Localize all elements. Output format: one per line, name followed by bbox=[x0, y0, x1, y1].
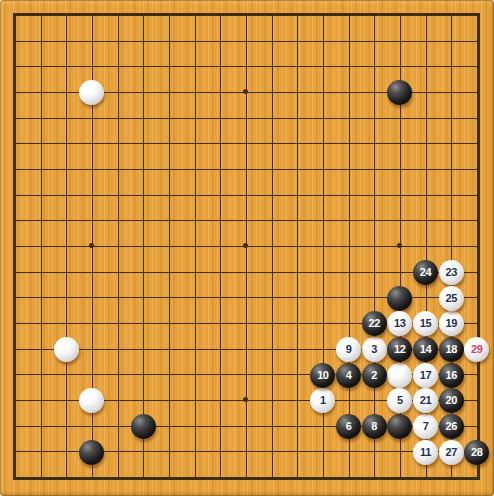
stone-number: 13 bbox=[394, 318, 405, 329]
stone-black-setup[interactable] bbox=[79, 440, 104, 465]
stone-number: 19 bbox=[445, 318, 456, 329]
stone-white-move-17[interactable]: 17 bbox=[413, 363, 438, 388]
stone-white-setup[interactable] bbox=[79, 80, 104, 105]
stone-black-setup[interactable] bbox=[131, 414, 156, 439]
stone-white-move-21[interactable]: 21 bbox=[413, 388, 438, 413]
stone-number: 15 bbox=[420, 318, 431, 329]
star-point bbox=[243, 397, 248, 402]
stone-white-move-15[interactable]: 15 bbox=[413, 311, 438, 336]
stone-black-move-6[interactable]: 6 bbox=[336, 414, 361, 439]
stone-white-move-9[interactable]: 9 bbox=[336, 337, 361, 362]
stone-white-move-1[interactable]: 1 bbox=[310, 388, 335, 413]
stone-black-setup[interactable] bbox=[387, 414, 412, 439]
stone-black-setup[interactable] bbox=[387, 80, 412, 105]
stone-number: 16 bbox=[445, 370, 456, 381]
stone-number: 2 bbox=[371, 370, 377, 381]
stone-number: 12 bbox=[394, 344, 405, 355]
stone-black-setup[interactable] bbox=[387, 286, 412, 311]
star-point bbox=[397, 243, 402, 248]
star-point bbox=[243, 89, 248, 94]
stone-black-move-12[interactable]: 12 bbox=[387, 337, 412, 362]
stone-number: 5 bbox=[397, 395, 403, 406]
stone-number: 9 bbox=[346, 344, 352, 355]
stone-black-move-14[interactable]: 14 bbox=[413, 337, 438, 362]
stone-white-move-25[interactable]: 25 bbox=[439, 286, 464, 311]
stone-number: 7 bbox=[423, 421, 429, 432]
stone-number: 14 bbox=[420, 344, 431, 355]
stone-number: 26 bbox=[445, 421, 456, 432]
stone-black-move-22[interactable]: 22 bbox=[362, 311, 387, 336]
stone-number: 10 bbox=[317, 370, 328, 381]
stone-number: 8 bbox=[371, 421, 377, 432]
stone-number: 3 bbox=[371, 344, 377, 355]
stone-number: 27 bbox=[445, 447, 456, 458]
stone-white-move-19[interactable]: 19 bbox=[439, 311, 464, 336]
star-point bbox=[89, 243, 94, 248]
stone-number: 24 bbox=[420, 267, 431, 278]
stone-white-setup[interactable] bbox=[54, 337, 79, 362]
stone-black-move-18[interactable]: 18 bbox=[439, 337, 464, 362]
stone-black-move-20[interactable]: 20 bbox=[439, 388, 464, 413]
stone-white-move-3[interactable]: 3 bbox=[362, 337, 387, 362]
stone-black-move-26[interactable]: 26 bbox=[439, 414, 464, 439]
stone-number: 22 bbox=[368, 318, 379, 329]
stone-white-move-13[interactable]: 13 bbox=[387, 311, 412, 336]
board-grid: 1234567891011121314151617181920212223242… bbox=[2, 2, 489, 489]
star-point bbox=[243, 243, 248, 248]
stone-number: 18 bbox=[445, 344, 456, 355]
stone-white-move-11[interactable]: 11 bbox=[413, 440, 438, 465]
stone-number: 6 bbox=[346, 421, 352, 432]
stone-white-setup[interactable] bbox=[79, 388, 104, 413]
stone-number: 17 bbox=[420, 370, 431, 381]
stone-number: 29 bbox=[471, 344, 482, 355]
stone-white-move-23[interactable]: 23 bbox=[439, 260, 464, 285]
stone-black-move-2[interactable]: 2 bbox=[362, 363, 387, 388]
stone-black-move-24[interactable]: 24 bbox=[413, 260, 438, 285]
stone-number: 28 bbox=[471, 447, 482, 458]
stone-black-move-8[interactable]: 8 bbox=[362, 414, 387, 439]
stone-black-move-10[interactable]: 10 bbox=[310, 363, 335, 388]
go-board[interactable]: 1234567891011121314151617181920212223242… bbox=[0, 0, 494, 496]
stone-white-move-5[interactable]: 5 bbox=[387, 388, 412, 413]
stone-number: 20 bbox=[445, 395, 456, 406]
stone-number: 1 bbox=[320, 395, 326, 406]
stone-black-move-16[interactable]: 16 bbox=[439, 363, 464, 388]
stone-white-move-29[interactable]: 29 bbox=[464, 337, 489, 362]
stone-black-move-4[interactable]: 4 bbox=[336, 363, 361, 388]
stone-white-setup[interactable] bbox=[387, 363, 412, 388]
stone-number: 23 bbox=[445, 267, 456, 278]
stone-white-move-27[interactable]: 27 bbox=[439, 440, 464, 465]
stone-number: 4 bbox=[346, 370, 352, 381]
stone-black-move-28[interactable]: 28 bbox=[464, 440, 489, 465]
stone-number: 25 bbox=[445, 293, 456, 304]
stone-white-move-7[interactable]: 7 bbox=[413, 414, 438, 439]
stone-number: 11 bbox=[420, 447, 431, 458]
stone-number: 21 bbox=[420, 395, 431, 406]
